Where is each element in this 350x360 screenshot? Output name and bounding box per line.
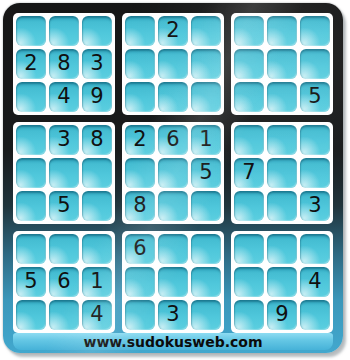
- cell-r1c2[interactable]: [49, 16, 79, 46]
- cell-r5c8[interactable]: [267, 158, 297, 188]
- sudoku-board: 2834925385261587356146349: [13, 13, 333, 333]
- given-digit: 5: [24, 269, 37, 293]
- cell-r4c3[interactable]: 8: [82, 125, 112, 155]
- given-digit: 2: [24, 51, 37, 75]
- given-digit: 5: [199, 160, 212, 184]
- cell-r8c7[interactable]: [234, 267, 264, 297]
- cell-r9c1[interactable]: [16, 300, 46, 330]
- given-digit: 5: [57, 193, 70, 217]
- cell-r5c3[interactable]: [82, 158, 112, 188]
- cell-r5c1[interactable]: [16, 158, 46, 188]
- cell-r4c5[interactable]: 6: [158, 125, 188, 155]
- given-digit: 8: [133, 193, 146, 217]
- cell-r4c7[interactable]: [234, 125, 264, 155]
- cell-r8c3[interactable]: 1: [82, 267, 112, 297]
- cell-r2c5[interactable]: [158, 49, 188, 79]
- cell-r2c4[interactable]: [125, 49, 155, 79]
- cell-r4c2[interactable]: 3: [49, 125, 79, 155]
- cell-r1c9[interactable]: [300, 16, 330, 46]
- cell-r3c9[interactable]: 5: [300, 82, 330, 112]
- cell-r5c7[interactable]: 7: [234, 158, 264, 188]
- cell-r3c7[interactable]: [234, 82, 264, 112]
- cell-r1c1[interactable]: [16, 16, 46, 46]
- given-digit: 3: [166, 302, 179, 326]
- block-5: 26158: [122, 122, 224, 224]
- given-digit: 8: [57, 51, 70, 75]
- cell-r6c9[interactable]: 3: [300, 191, 330, 221]
- given-digit: 2: [166, 18, 179, 42]
- cell-r4c8[interactable]: [267, 125, 297, 155]
- cell-r5c2[interactable]: [49, 158, 79, 188]
- given-digit: 5: [308, 84, 321, 108]
- cell-r9c8[interactable]: 9: [267, 300, 297, 330]
- cell-r7c1[interactable]: [16, 234, 46, 264]
- cell-r8c4[interactable]: [125, 267, 155, 297]
- cell-r6c5[interactable]: [158, 191, 188, 221]
- cell-r8c5[interactable]: [158, 267, 188, 297]
- cell-r1c6[interactable]: [191, 16, 221, 46]
- given-digit: 2: [133, 127, 146, 151]
- board-frame: 2834925385261587356146349 www.sudokusweb…: [3, 3, 343, 353]
- cell-r5c4[interactable]: [125, 158, 155, 188]
- given-digit: 1: [199, 127, 212, 151]
- given-digit: 3: [308, 193, 321, 217]
- cell-r8c1[interactable]: 5: [16, 267, 46, 297]
- cell-r6c6[interactable]: [191, 191, 221, 221]
- cell-r2c2[interactable]: 8: [49, 49, 79, 79]
- block-9: 49: [231, 231, 333, 333]
- given-digit: 6: [57, 269, 70, 293]
- cell-r2c6[interactable]: [191, 49, 221, 79]
- cell-r7c7[interactable]: [234, 234, 264, 264]
- block-8: 63: [122, 231, 224, 333]
- cell-r6c1[interactable]: [16, 191, 46, 221]
- cell-r7c4[interactable]: 6: [125, 234, 155, 264]
- footer-bar: www.sudokusweb.com: [13, 333, 333, 350]
- cell-r6c2[interactable]: 5: [49, 191, 79, 221]
- cell-r2c3[interactable]: 3: [82, 49, 112, 79]
- cell-r5c6[interactable]: 5: [191, 158, 221, 188]
- cell-r3c3[interactable]: 9: [82, 82, 112, 112]
- cell-r2c9[interactable]: [300, 49, 330, 79]
- cell-r9c5[interactable]: 3: [158, 300, 188, 330]
- cell-r7c8[interactable]: [267, 234, 297, 264]
- cell-r4c4[interactable]: 2: [125, 125, 155, 155]
- cell-r3c8[interactable]: [267, 82, 297, 112]
- given-digit: 6: [133, 236, 146, 260]
- cell-r7c6[interactable]: [191, 234, 221, 264]
- cell-r5c9[interactable]: [300, 158, 330, 188]
- cell-r3c6[interactable]: [191, 82, 221, 112]
- cell-r3c2[interactable]: 4: [49, 82, 79, 112]
- given-digit: 4: [57, 84, 70, 108]
- given-digit: 9: [90, 84, 103, 108]
- cell-r3c5[interactable]: [158, 82, 188, 112]
- cell-r9c6[interactable]: [191, 300, 221, 330]
- cell-r4c9[interactable]: [300, 125, 330, 155]
- cell-r2c7[interactable]: [234, 49, 264, 79]
- sudoku-widget: 2834925385261587356146349 www.sudokusweb…: [0, 0, 350, 360]
- given-digit: 3: [90, 51, 103, 75]
- given-digit: 7: [242, 160, 255, 184]
- block-6: 73: [231, 122, 333, 224]
- block-3: 5: [231, 13, 333, 115]
- cell-r7c5[interactable]: [158, 234, 188, 264]
- cell-r7c9[interactable]: [300, 234, 330, 264]
- given-digit: 4: [90, 302, 103, 326]
- cell-r1c4[interactable]: [125, 16, 155, 46]
- given-digit: 8: [90, 127, 103, 151]
- cell-r4c6[interactable]: 1: [191, 125, 221, 155]
- cell-r9c2[interactable]: [49, 300, 79, 330]
- block-1: 28349: [13, 13, 115, 115]
- cell-r1c8[interactable]: [267, 16, 297, 46]
- cell-r3c1[interactable]: [16, 82, 46, 112]
- given-digit: 3: [57, 127, 70, 151]
- cell-r8c2[interactable]: 6: [49, 267, 79, 297]
- cell-r1c7[interactable]: [234, 16, 264, 46]
- cell-r9c9[interactable]: [300, 300, 330, 330]
- cell-r5c5[interactable]: [158, 158, 188, 188]
- given-digit: 4: [308, 269, 321, 293]
- given-digit: 1: [90, 269, 103, 293]
- cell-r8c8[interactable]: [267, 267, 297, 297]
- cell-r6c7[interactable]: [234, 191, 264, 221]
- cell-r1c5[interactable]: 2: [158, 16, 188, 46]
- given-digit: 9: [275, 302, 288, 326]
- website-link[interactable]: www.sudokusweb.com: [83, 335, 262, 349]
- cell-r6c8[interactable]: [267, 191, 297, 221]
- cell-r8c9[interactable]: 4: [300, 267, 330, 297]
- cell-r3c4[interactable]: [125, 82, 155, 112]
- cell-r9c3[interactable]: 4: [82, 300, 112, 330]
- cell-r6c4[interactable]: 8: [125, 191, 155, 221]
- cell-r7c3[interactable]: [82, 234, 112, 264]
- cell-r4c1[interactable]: [16, 125, 46, 155]
- cell-r8c6[interactable]: [191, 267, 221, 297]
- cell-r2c1[interactable]: 2: [16, 49, 46, 79]
- cell-r6c3[interactable]: [82, 191, 112, 221]
- cell-r1c3[interactable]: [82, 16, 112, 46]
- cell-r7c2[interactable]: [49, 234, 79, 264]
- cell-r9c4[interactable]: [125, 300, 155, 330]
- block-7: 5614: [13, 231, 115, 333]
- cell-r9c7[interactable]: [234, 300, 264, 330]
- block-2: 2: [122, 13, 224, 115]
- block-4: 385: [13, 122, 115, 224]
- given-digit: 6: [166, 127, 179, 151]
- cell-r2c8[interactable]: [267, 49, 297, 79]
